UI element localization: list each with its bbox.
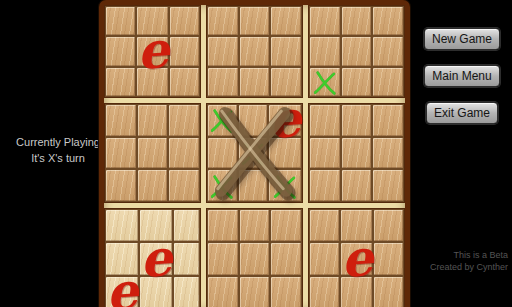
cell-5-7[interactable] [342,170,372,201]
cell-6-6[interactable]: e [106,277,138,307]
cell-1-3[interactable] [208,37,238,65]
cell-1-1[interactable] [240,7,270,35]
cell-1-0[interactable] [208,7,238,35]
x-mark [312,69,338,95]
x-mark [209,173,235,199]
cell-5-6[interactable] [310,170,340,201]
cell-3-3[interactable] [106,138,136,169]
cell-3-2[interactable] [169,105,199,136]
cell-7-2[interactable] [271,210,301,241]
cell-0-2[interactable] [170,7,199,35]
cell-1-4[interactable] [240,37,270,65]
cell-8-5[interactable] [374,243,403,274]
cell-6-2[interactable] [174,210,199,241]
cell-0-6[interactable] [106,68,135,96]
cell-3-6[interactable] [106,170,136,201]
exit-game-button[interactable]: Exit Game [426,102,498,124]
board: eeeee [99,0,410,307]
cell-3-0[interactable] [106,105,136,136]
cell-5-2[interactable] [373,105,403,136]
cell-7-0[interactable] [208,210,238,241]
credits-line-2: Created by Cynther [430,261,508,273]
cell-7-6[interactable] [208,277,238,307]
cell-1-6[interactable] [208,68,238,96]
cell-6-8[interactable] [174,277,199,307]
cell-1-7[interactable] [240,68,270,96]
cell-5-8[interactable] [373,170,403,201]
cell-5-1[interactable] [342,105,372,136]
game-screen: Currently Playing It's X's turn eeeee Ne… [0,0,512,307]
cell-5-4[interactable] [342,138,372,169]
cell-7-1[interactable] [240,210,270,241]
cell-2-6[interactable] [310,68,340,96]
cell-4-3[interactable] [208,138,237,169]
main-menu-button[interactable]: Main Menu [424,65,499,87]
cell-2-4[interactable] [342,37,372,65]
cell-3-4[interactable] [138,138,168,169]
sub-board-2-1 [206,208,303,307]
cell-0-4[interactable]: e [137,37,169,65]
cell-8-6[interactable] [310,277,339,307]
x-mark [240,140,266,166]
cell-2-0[interactable] [310,7,340,35]
cell-4-1[interactable] [239,105,268,136]
cell-4-6[interactable] [208,170,237,201]
credits-line-1: This is a Beta [430,249,508,261]
credits: This is a Beta Created by Cynther [430,249,508,273]
sub-board-1-1: e [206,103,303,203]
cell-5-3[interactable] [310,138,340,169]
cell-7-3[interactable] [208,243,238,274]
cell-0-0[interactable] [106,7,135,35]
cell-0-8[interactable] [170,68,199,96]
cell-2-3[interactable] [310,37,340,65]
cell-5-0[interactable] [310,105,340,136]
o-mark: e [106,291,138,293]
status-line-1: Currently Playing [8,134,108,150]
cell-8-0[interactable] [310,210,339,241]
cell-4-2[interactable]: e [269,105,301,136]
sub-board-0-0: e [104,5,201,98]
cell-4-0[interactable] [208,105,237,136]
cell-6-5[interactable] [174,243,199,274]
cell-3-8[interactable] [169,170,199,201]
cell-4-4[interactable] [239,138,268,169]
o-mark: e [137,50,169,52]
cell-7-4[interactable] [240,243,270,274]
status-text: Currently Playing It's X's turn [8,134,108,166]
cell-8-4[interactable]: e [341,243,373,274]
cell-0-3[interactable] [106,37,135,65]
sub-board-1-2 [308,103,405,203]
cell-0-5[interactable] [170,37,199,65]
x-mark [209,107,235,133]
cell-2-7[interactable] [342,68,372,96]
cell-1-2[interactable] [271,7,301,35]
sub-board-1-0 [104,103,201,203]
cell-2-2[interactable] [373,7,403,35]
cell-6-0[interactable] [106,210,138,241]
sub-board-0-1 [206,5,303,98]
sub-board-2-0: ee [104,208,201,307]
cell-7-8[interactable] [271,277,301,307]
o-mark: e [269,119,301,121]
cell-8-2[interactable] [374,210,403,241]
menu: New Game Main Menu Exit Game [427,28,497,124]
sub-board-0-2 [308,5,405,98]
cell-3-1[interactable] [138,105,168,136]
cell-2-1[interactable] [342,7,372,35]
cell-5-5[interactable] [373,138,403,169]
cell-3-7[interactable] [138,170,168,201]
cell-8-3[interactable] [310,243,339,274]
new-game-button[interactable]: New Game [424,28,500,50]
x-mark [272,173,298,199]
cell-4-7[interactable] [239,170,268,201]
cell-2-5[interactable] [373,37,403,65]
cell-1-5[interactable] [271,37,301,65]
o-mark: e [341,258,373,260]
o-mark: e [140,258,172,260]
cell-4-8[interactable] [269,170,301,201]
cell-6-4[interactable]: e [140,243,172,274]
cell-8-8[interactable] [374,277,403,307]
sub-board-2-2: e [308,208,405,307]
cell-2-8[interactable] [373,68,403,96]
status-line-2: It's X's turn [8,150,108,166]
cell-3-5[interactable] [169,138,199,169]
cell-7-7[interactable] [240,277,270,307]
cell-7-5[interactable] [271,243,301,274]
